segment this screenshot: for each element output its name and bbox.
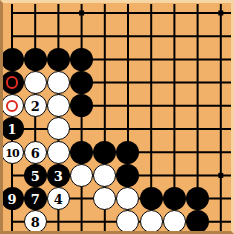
move-number: 3 [54,169,63,182]
go-board: 21106539748 [0,0,234,234]
move-number: 1 [7,123,16,136]
circle-marker [6,76,19,89]
black-stone [140,187,163,210]
black-stone [116,164,139,187]
white-stone [47,117,70,140]
board-intersection [24,71,47,94]
board-intersection [186,187,209,210]
board-intersection [47,141,70,164]
board-intersection [140,187,163,210]
board-intersection [70,141,93,164]
board-intersection: 1 [0,117,23,140]
stones-grid: 21106539748 [0,1,232,233]
black-stone: 5 [24,164,47,187]
black-stone [70,48,93,71]
white-stone: 6 [24,141,47,164]
move-number: 10 [5,147,19,158]
board-intersection: 8 [24,210,47,233]
white-stone [116,210,139,233]
move-number: 8 [31,216,40,229]
black-stone [1,48,24,71]
white-stone [47,141,70,164]
black-stone [93,141,116,164]
board-intersection [140,210,163,233]
move-number: 2 [31,100,40,113]
board-intersection [93,141,116,164]
black-stone [116,141,139,164]
white-stone [1,94,24,117]
black-stone: 9 [1,187,24,210]
board-intersection [0,71,23,94]
black-stone [70,141,93,164]
board-intersection [47,48,70,71]
board-intersection [47,71,70,94]
board-intersection [70,94,93,117]
move-number: 4 [54,193,63,206]
board-intersection [116,164,139,187]
white-stone [93,164,116,187]
board-intersection [116,210,139,233]
white-stone [140,210,163,233]
board-intersection: 6 [24,141,47,164]
move-number: 7 [31,193,40,206]
black-stone: 1 [1,117,24,140]
board-intersection: 2 [24,94,47,117]
move-number: 9 [7,193,16,206]
white-stone [163,210,186,233]
board-intersection: 5 [24,164,47,187]
move-number: 6 [31,146,40,159]
board-intersection [116,187,139,210]
board-intersection [116,141,139,164]
white-stone [47,94,70,117]
board-intersection [163,187,186,210]
board-intersection: 3 [47,164,70,187]
board-intersection [70,48,93,71]
move-number: 5 [31,169,40,182]
white-stone [47,71,70,94]
board-intersection: 10 [0,141,23,164]
board-intersection [0,94,23,117]
white-stone [24,71,47,94]
board-intersection [24,48,47,71]
board-intersection [70,164,93,187]
white-stone [70,164,93,187]
white-stone: 4 [47,187,70,210]
black-stone [70,94,93,117]
board-intersection [186,210,209,233]
board-intersection [93,164,116,187]
black-stone [70,71,93,94]
black-stone [186,210,209,233]
black-stone [24,48,47,71]
white-stone [93,187,116,210]
white-stone: 10 [1,141,24,164]
board-intersection: 9 [0,187,23,210]
black-stone [163,187,186,210]
board-intersection [93,187,116,210]
board-intersection [0,48,23,71]
circle-marker [6,100,19,113]
white-stone: 8 [24,210,47,233]
black-stone: 7 [24,187,47,210]
black-stone [186,187,209,210]
board-intersection [47,117,70,140]
black-stone [47,48,70,71]
black-stone [1,71,24,94]
board-intersection: 7 [24,187,47,210]
black-stone: 3 [47,164,70,187]
white-stone: 2 [24,94,47,117]
board-intersection [163,210,186,233]
board-intersection [47,94,70,117]
white-stone [116,187,139,210]
board-intersection [70,71,93,94]
board-intersection: 4 [47,187,70,210]
